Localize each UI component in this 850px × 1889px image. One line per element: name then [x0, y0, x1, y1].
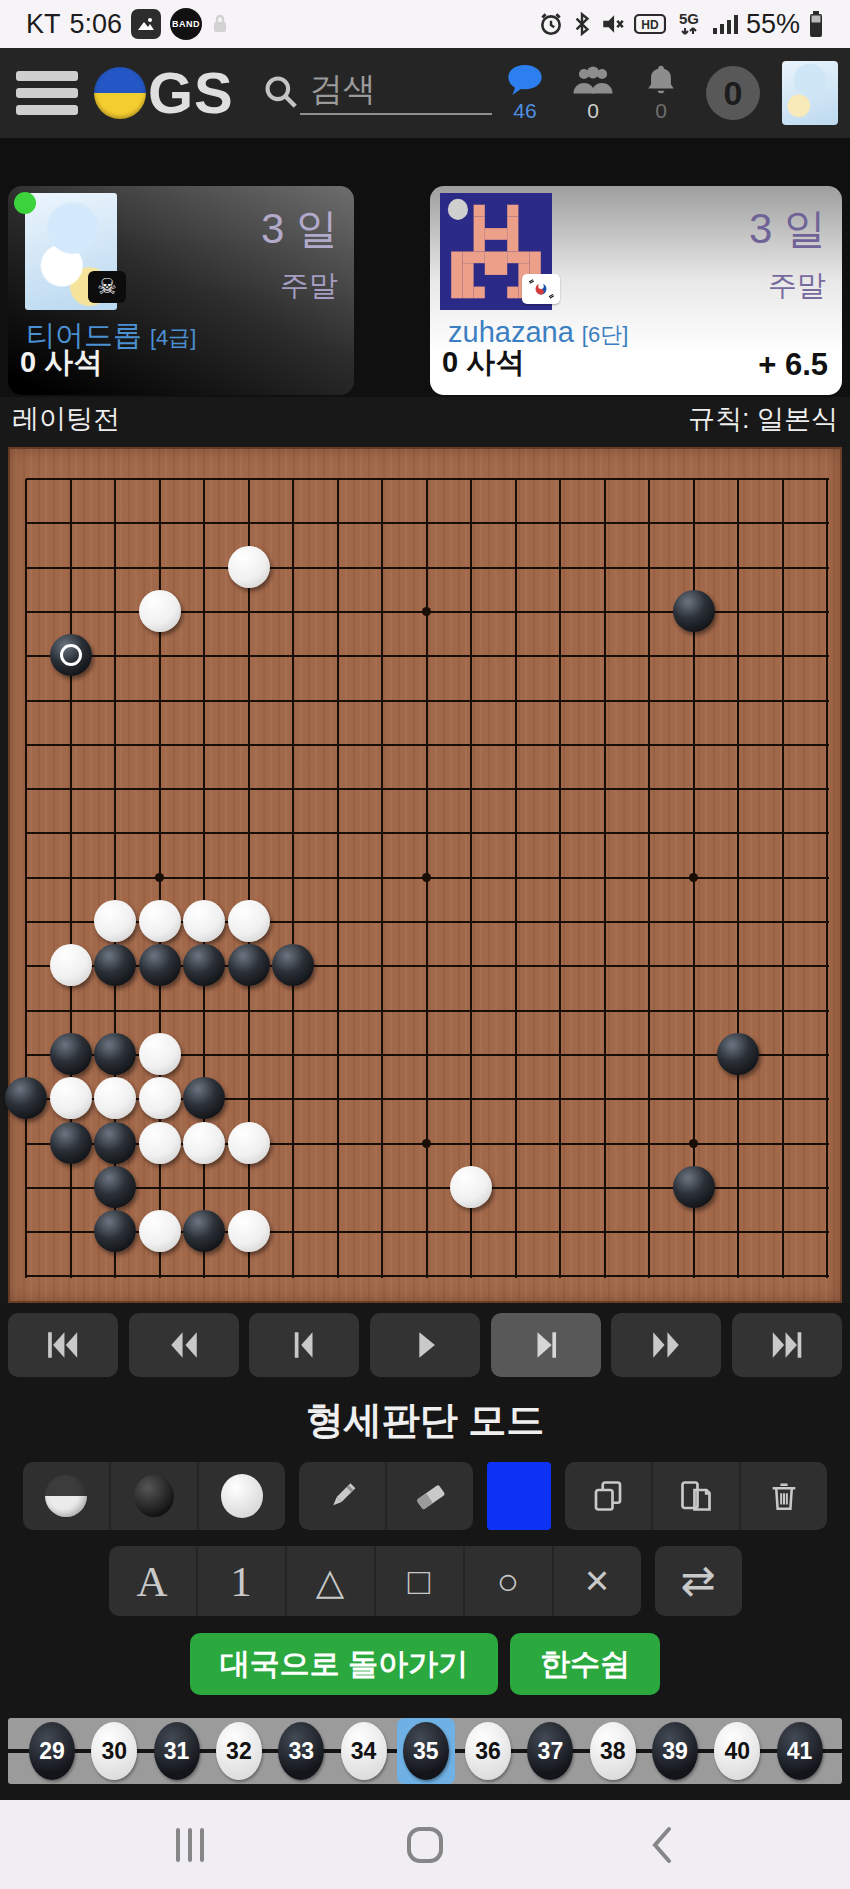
white-stone	[94, 1077, 136, 1119]
black-stone	[183, 944, 225, 986]
notifications-count: 0	[655, 99, 667, 123]
recents-button[interactable]	[176, 1828, 204, 1862]
white-stone	[94, 900, 136, 942]
black-stone	[94, 1210, 136, 1252]
move-node[interactable]: 30	[91, 1722, 137, 1780]
grid-line	[26, 567, 829, 569]
nav-next-button[interactable]	[491, 1313, 601, 1377]
alarm-icon	[538, 11, 564, 37]
header-right: 46 0 0 0	[502, 61, 840, 125]
battery-percent: 55%	[746, 9, 800, 40]
chat-bubble-icon	[505, 63, 545, 97]
black-stone	[272, 944, 314, 986]
user-avatar[interactable]	[782, 61, 838, 125]
move-node[interactable]: 38	[590, 1722, 636, 1780]
status-bar: KT 5:06 BAND HD 5G 55%	[0, 0, 850, 48]
game-meta-row: 레이팅전 규칙: 일본식	[0, 397, 850, 440]
white-stone	[139, 1210, 181, 1252]
black-captures: 0 사석	[20, 343, 102, 383]
swap-colors-button[interactable]: ⇄	[655, 1546, 742, 1616]
move-node[interactable]: 29	[29, 1722, 75, 1780]
white-clock: 3 일 주말	[749, 208, 826, 306]
black-stone	[94, 1166, 136, 1208]
star-point	[689, 1139, 698, 1148]
back-to-game-button[interactable]: 대국으로 돌아가기	[190, 1633, 498, 1695]
grid-line	[826, 479, 828, 1278]
grid-line	[292, 479, 294, 1278]
white-clock-sub: 주말	[749, 266, 826, 306]
annotation-tools-row: A 1 △ □ ○ × ⇄	[0, 1538, 850, 1625]
groups-button[interactable]: 0	[570, 63, 616, 123]
stone-tool-group	[23, 1462, 285, 1530]
white-stone	[450, 1166, 492, 1208]
search-input[interactable]: 검색	[262, 72, 492, 115]
5g-icon: 5G	[674, 10, 704, 38]
nav-play-button[interactable]	[370, 1313, 480, 1377]
hd-icon: HD	[634, 12, 666, 36]
screen: KT 5:06 BAND HD 5G 55% GS	[0, 0, 850, 1889]
white-stone	[139, 1077, 181, 1119]
chat-count: 46	[513, 99, 536, 123]
move-strip-section: 29303132333435363738394041	[0, 1712, 850, 1800]
eraser-tool-button[interactable]	[385, 1462, 473, 1530]
black-clock-sub: 주말	[261, 266, 338, 306]
black-stone-tool-button[interactable]	[109, 1462, 197, 1530]
black-player-rank: [4급]	[150, 325, 196, 350]
grid-line	[515, 479, 517, 1278]
grid-line	[26, 478, 829, 480]
white-stone	[50, 1077, 92, 1119]
square-marker-button[interactable]: □	[374, 1546, 463, 1616]
action-buttons-row: 대국으로 돌아가기 한수쉼	[0, 1625, 850, 1712]
grid-line	[26, 1010, 829, 1012]
grid-line	[26, 788, 829, 790]
korea-flag-icon	[522, 274, 560, 304]
black-stone	[50, 1122, 92, 1164]
white-stone-tool-button[interactable]	[197, 1462, 285, 1530]
nav-fast-forward-button[interactable]	[611, 1313, 721, 1377]
group-icon	[572, 63, 614, 97]
menu-button[interactable]	[16, 69, 78, 117]
grid-line	[381, 479, 383, 1278]
black-stone	[183, 1210, 225, 1252]
black-stone	[50, 1033, 92, 1075]
black-stone	[228, 944, 270, 986]
star-point	[155, 873, 164, 882]
move-strip[interactable]: 29303132333435363738394041	[8, 1718, 842, 1784]
star-point	[422, 607, 431, 616]
delete-button[interactable]	[739, 1462, 827, 1530]
black-stone	[94, 1033, 136, 1075]
black-stone	[139, 944, 181, 986]
white-captures: 0 사석	[442, 343, 524, 383]
black-stone-icon	[134, 1475, 174, 1517]
white-stone	[228, 1122, 270, 1164]
chat-button[interactable]: 46	[502, 63, 548, 123]
black-stone	[717, 1033, 759, 1075]
status-left: KT 5:06 BAND	[26, 8, 229, 40]
white-stone	[50, 944, 92, 986]
black-stone	[50, 634, 92, 676]
skull-icon: ☠	[88, 271, 126, 303]
clipboard-tool-group	[565, 1462, 827, 1530]
nav-back-button[interactable]	[249, 1313, 359, 1377]
grid-line	[26, 522, 829, 524]
signal-icon	[712, 12, 738, 36]
nav-first-button[interactable]	[8, 1313, 118, 1377]
color-swatch-button[interactable]	[487, 1462, 551, 1530]
search-placeholder: 검색	[310, 70, 376, 107]
ogs-logo-circle	[94, 67, 146, 119]
android-nav-bar	[0, 1800, 850, 1889]
app-header: GS 검색 46 0 0 0	[0, 48, 850, 138]
challenge-count-button[interactable]: 0	[706, 66, 760, 120]
white-stone	[139, 900, 181, 942]
search-icon	[262, 73, 300, 111]
white-stone	[228, 1210, 270, 1252]
label-letter-button[interactable]: A	[109, 1546, 196, 1616]
star-point	[422, 873, 431, 882]
lock-icon	[211, 13, 229, 35]
pass-button[interactable]: 한수쉼	[510, 1633, 660, 1695]
grid-line	[25, 479, 27, 1278]
grid-line	[782, 479, 784, 1278]
grid-line	[26, 655, 829, 657]
go-board[interactable]	[8, 447, 842, 1303]
battery-icon	[808, 10, 824, 38]
black-player-card[interactable]: ☠ 3 일 주말 티어드롭[4급] 0 사석	[8, 186, 354, 395]
status-right: HD 5G 55%	[538, 9, 824, 40]
move-node[interactable]: 36	[465, 1722, 511, 1780]
home-button[interactable]	[407, 1827, 443, 1863]
black-clock-main: 3 일	[261, 208, 338, 250]
half-stone-tool-button[interactable]	[23, 1462, 109, 1530]
mute-icon	[600, 11, 626, 37]
mode-title: 형세판단 모드	[0, 1390, 850, 1450]
black-stone	[673, 1166, 715, 1208]
back-button[interactable]	[649, 1825, 675, 1865]
estimate-tools-row	[0, 1450, 850, 1538]
board-area	[0, 440, 850, 1303]
draw-tool-group	[299, 1462, 473, 1530]
white-stone	[183, 1122, 225, 1164]
move-node[interactable]: 41	[777, 1722, 823, 1780]
white-stone-icon	[221, 1474, 263, 1518]
last-move-marker-icon	[60, 644, 82, 666]
copy-button[interactable]	[565, 1462, 651, 1530]
game-type-label: 레이팅전	[12, 401, 120, 437]
playback-controls	[0, 1303, 850, 1390]
black-stone	[183, 1077, 225, 1119]
half-stone-icon	[45, 1475, 87, 1517]
white-stone	[139, 1122, 181, 1164]
grid-line	[737, 479, 739, 1278]
players-section: ☠ 3 일 주말 티어드롭[4급] 0 사석	[0, 138, 850, 397]
white-player-rank: [6단]	[582, 322, 628, 347]
white-stone	[139, 1033, 181, 1075]
circle-marker-button[interactable]: ○	[463, 1546, 552, 1616]
copy-icon	[590, 1478, 626, 1514]
white-player-card[interactable]: 3 일 주말 zuhazana[6단] 0 사석 + 6.5	[430, 186, 842, 395]
grid-line	[470, 479, 472, 1278]
notifications-button[interactable]: 0	[638, 63, 684, 123]
svg-text:HD: HD	[641, 18, 659, 32]
move-node[interactable]: 32	[216, 1722, 262, 1780]
svg-text:5G: 5G	[679, 10, 699, 27]
pencil-tool-button[interactable]	[299, 1462, 385, 1530]
bell-icon	[644, 63, 678, 97]
move-node[interactable]: 37	[527, 1722, 573, 1780]
paste-icon	[678, 1478, 714, 1514]
white-stone	[228, 900, 270, 942]
grid-line	[559, 479, 561, 1278]
black-stone	[5, 1077, 47, 1119]
carrier-label: KT	[26, 9, 61, 40]
trash-icon	[767, 1478, 801, 1514]
move-node[interactable]: 33	[278, 1722, 324, 1780]
rules-label: 규칙: 일본식	[688, 401, 838, 437]
white-stone	[183, 900, 225, 942]
grid-line	[337, 479, 339, 1278]
eraser-icon	[411, 1478, 449, 1514]
swap-tool-group: ⇄	[655, 1546, 742, 1616]
black-stone	[94, 1122, 136, 1164]
clock-label: 5:06	[70, 9, 123, 40]
paste-button[interactable]	[651, 1462, 739, 1530]
grid-line	[648, 479, 650, 1278]
move-node[interactable]: 34	[341, 1722, 387, 1780]
band-icon: BAND	[170, 8, 202, 40]
label-number-button[interactable]: 1	[196, 1546, 285, 1616]
nav-fast-back-button[interactable]	[129, 1313, 239, 1377]
move-node[interactable]: 31	[154, 1722, 200, 1780]
ogs-logo-text: GS	[148, 64, 234, 122]
star-point	[689, 873, 698, 882]
move-node[interactable]: 35	[403, 1722, 449, 1780]
white-stone	[139, 590, 181, 632]
grid-line	[26, 700, 829, 702]
groups-count: 0	[587, 99, 599, 123]
cross-marker-button[interactable]: ×	[552, 1546, 641, 1616]
grid-line	[604, 479, 606, 1278]
nav-last-button[interactable]	[732, 1313, 842, 1377]
black-stone	[673, 590, 715, 632]
black-stone	[94, 944, 136, 986]
grid-line	[26, 744, 829, 746]
grid-line	[26, 832, 829, 834]
ogs-logo[interactable]: GS	[94, 64, 234, 122]
black-clock: 3 일 주말	[261, 208, 338, 306]
search-underline: 검색	[300, 72, 492, 115]
star-point	[422, 1139, 431, 1148]
gallery-icon	[131, 9, 161, 39]
pencil-icon	[324, 1478, 360, 1514]
triangle-marker-button[interactable]: △	[285, 1546, 374, 1616]
challenge-count: 0	[724, 74, 743, 113]
marker-tool-group: A 1 △ □ ○ ×	[109, 1546, 641, 1616]
white-stone	[228, 546, 270, 588]
white-clock-main: 3 일	[749, 208, 826, 250]
komi-value: + 6.5	[758, 347, 828, 383]
grid-line	[26, 1275, 829, 1277]
move-node[interactable]: 39	[652, 1722, 698, 1780]
online-indicator-icon	[14, 192, 36, 214]
move-node[interactable]: 40	[714, 1722, 760, 1780]
bluetooth-icon	[572, 11, 592, 37]
